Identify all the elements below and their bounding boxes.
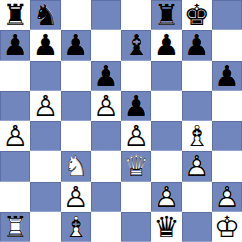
square-c6[interactable] xyxy=(61,61,91,91)
black-pawn-piece: ♟ xyxy=(30,30,60,60)
black-pawn-piece-fill: ♙ xyxy=(121,91,151,121)
square-b6[interactable] xyxy=(30,61,60,91)
square-d4[interactable] xyxy=(91,121,121,151)
square-b4[interactable] xyxy=(30,121,60,151)
black-pawn-piece: ♟ xyxy=(61,30,91,60)
white-bishop-piece: ♗ xyxy=(61,212,91,242)
black-rook-piece-fill: ♖ xyxy=(0,0,30,30)
square-g1[interactable] xyxy=(182,212,212,242)
white-pawn-piece: ♙ xyxy=(91,91,121,121)
square-b7[interactable]: ♙♟ xyxy=(30,30,60,60)
black-pawn-piece: ♟ xyxy=(0,30,30,60)
square-e6[interactable] xyxy=(121,61,151,91)
square-f2[interactable]: ♟♙ xyxy=(151,182,181,212)
square-c1[interactable]: ♝♗ xyxy=(61,212,91,242)
black-pawn-piece-fill: ♙ xyxy=(30,30,60,60)
white-bishop-piece-fill: ♝ xyxy=(182,121,212,151)
square-c8[interactable] xyxy=(61,0,91,30)
white-king-piece: ♔ xyxy=(212,212,242,242)
white-pawn-piece-fill: ♟ xyxy=(61,182,91,212)
square-d3[interactable] xyxy=(91,151,121,181)
square-b8[interactable]: ♘♞ xyxy=(30,0,60,30)
white-queen-piece-fill: ♛ xyxy=(121,151,151,181)
square-f1[interactable]: ♕♛ xyxy=(151,212,181,242)
white-pawn-piece: ♙ xyxy=(182,151,212,181)
white-pawn-piece-fill: ♟ xyxy=(0,121,30,151)
square-e1[interactable] xyxy=(121,212,151,242)
black-pawn-piece: ♟ xyxy=(182,30,212,60)
square-a2[interactable] xyxy=(0,182,30,212)
square-e7[interactable]: ♗♝ xyxy=(121,30,151,60)
square-e2[interactable] xyxy=(121,182,151,212)
black-bishop-piece: ♝ xyxy=(121,30,151,60)
square-g2[interactable] xyxy=(182,182,212,212)
white-pawn-piece-fill: ♟ xyxy=(30,91,60,121)
black-pawn-piece-fill: ♙ xyxy=(182,30,212,60)
square-a7[interactable]: ♙♟ xyxy=(0,30,30,60)
black-queen-piece-fill: ♕ xyxy=(151,212,181,242)
square-g4[interactable]: ♝♗ xyxy=(182,121,212,151)
square-h4[interactable] xyxy=(212,121,242,151)
white-pawn-piece: ♙ xyxy=(61,182,91,212)
square-a5[interactable] xyxy=(0,91,30,121)
black-pawn-piece-fill: ♙ xyxy=(151,30,181,60)
black-pawn-piece: ♟ xyxy=(91,61,121,91)
square-h3[interactable] xyxy=(212,151,242,181)
white-pawn-piece-fill: ♟ xyxy=(91,91,121,121)
square-f3[interactable] xyxy=(151,151,181,181)
square-d1[interactable] xyxy=(91,212,121,242)
square-g8[interactable]: ♔♚ xyxy=(182,0,212,30)
white-pawn-piece: ♙ xyxy=(151,182,181,212)
white-pawn-piece-fill: ♟ xyxy=(121,121,151,151)
white-pawn-piece-fill: ♟ xyxy=(182,151,212,181)
white-rook-piece-fill: ♜ xyxy=(0,212,30,242)
square-c3[interactable]: ♞♘ xyxy=(61,151,91,181)
square-e5[interactable]: ♙♟ xyxy=(121,91,151,121)
white-pawn-piece-fill: ♟ xyxy=(212,182,242,212)
black-pawn-piece: ♟ xyxy=(121,91,151,121)
black-rook-piece: ♜ xyxy=(151,0,181,30)
black-queen-piece: ♛ xyxy=(151,212,181,242)
square-b2[interactable] xyxy=(30,182,60,212)
square-a3[interactable] xyxy=(0,151,30,181)
square-d8[interactable] xyxy=(91,0,121,30)
white-rook-piece: ♖ xyxy=(0,212,30,242)
square-a6[interactable] xyxy=(0,61,30,91)
square-d2[interactable] xyxy=(91,182,121,212)
square-d6[interactable]: ♙♟ xyxy=(91,61,121,91)
black-king-piece-fill: ♔ xyxy=(182,0,212,30)
black-knight-piece: ♞ xyxy=(30,0,60,30)
black-rook-piece: ♜ xyxy=(0,0,30,30)
square-d7[interactable] xyxy=(91,30,121,60)
square-e3[interactable]: ♛♕ xyxy=(121,151,151,181)
square-f8[interactable]: ♖♜ xyxy=(151,0,181,30)
square-c4[interactable] xyxy=(61,121,91,151)
chess-board: ♖♜♘♞♖♜♔♚♙♟♙♟♙♟♗♝♙♟♙♟♙♟♙♟♟♙♟♙♙♟♟♙♟♙♝♗♞♘♛♕… xyxy=(0,0,242,242)
black-pawn-piece: ♟ xyxy=(212,61,242,91)
square-a4[interactable]: ♟♙ xyxy=(0,121,30,151)
white-pawn-piece: ♙ xyxy=(121,121,151,151)
black-pawn-piece: ♟ xyxy=(151,30,181,60)
white-knight-piece-fill: ♞ xyxy=(61,151,91,181)
square-b1[interactable] xyxy=(30,212,60,242)
square-c7[interactable]: ♙♟ xyxy=(61,30,91,60)
square-h5[interactable] xyxy=(212,91,242,121)
square-f5[interactable] xyxy=(151,91,181,121)
black-pawn-piece-fill: ♙ xyxy=(212,61,242,91)
black-rook-piece-fill: ♖ xyxy=(151,0,181,30)
square-h2[interactable]: ♟♙ xyxy=(212,182,242,212)
square-f7[interactable]: ♙♟ xyxy=(151,30,181,60)
square-a1[interactable]: ♜♖ xyxy=(0,212,30,242)
white-bishop-piece: ♗ xyxy=(182,121,212,151)
black-king-piece: ♚ xyxy=(182,0,212,30)
square-e8[interactable] xyxy=(121,0,151,30)
square-g5[interactable] xyxy=(182,91,212,121)
black-knight-piece-fill: ♘ xyxy=(30,0,60,30)
square-h8[interactable] xyxy=(212,0,242,30)
white-bishop-piece-fill: ♝ xyxy=(61,212,91,242)
square-h6[interactable]: ♙♟ xyxy=(212,61,242,91)
square-g7[interactable]: ♙♟ xyxy=(182,30,212,60)
square-c2[interactable]: ♟♙ xyxy=(61,182,91,212)
white-pawn-piece: ♙ xyxy=(30,91,60,121)
square-g3[interactable]: ♟♙ xyxy=(182,151,212,181)
square-c5[interactable] xyxy=(61,91,91,121)
white-pawn-piece: ♙ xyxy=(212,182,242,212)
white-pawn-piece-fill: ♟ xyxy=(151,182,181,212)
square-e4[interactable]: ♟♙ xyxy=(121,121,151,151)
square-f6[interactable] xyxy=(151,61,181,91)
square-h7[interactable] xyxy=(212,30,242,60)
white-pawn-piece: ♙ xyxy=(0,121,30,151)
square-b3[interactable] xyxy=(30,151,60,181)
white-queen-piece: ♕ xyxy=(121,151,151,181)
square-d5[interactable]: ♟♙ xyxy=(91,91,121,121)
square-g6[interactable] xyxy=(182,61,212,91)
black-pawn-piece-fill: ♙ xyxy=(0,30,30,60)
square-a8[interactable]: ♖♜ xyxy=(0,0,30,30)
white-king-piece-fill: ♚ xyxy=(212,212,242,242)
square-f4[interactable] xyxy=(151,121,181,151)
square-h1[interactable]: ♚♔ xyxy=(212,212,242,242)
white-knight-piece: ♘ xyxy=(61,151,91,181)
square-b5[interactable]: ♟♙ xyxy=(30,91,60,121)
black-bishop-piece-fill: ♗ xyxy=(121,30,151,60)
black-pawn-piece-fill: ♙ xyxy=(61,30,91,60)
black-pawn-piece-fill: ♙ xyxy=(91,61,121,91)
